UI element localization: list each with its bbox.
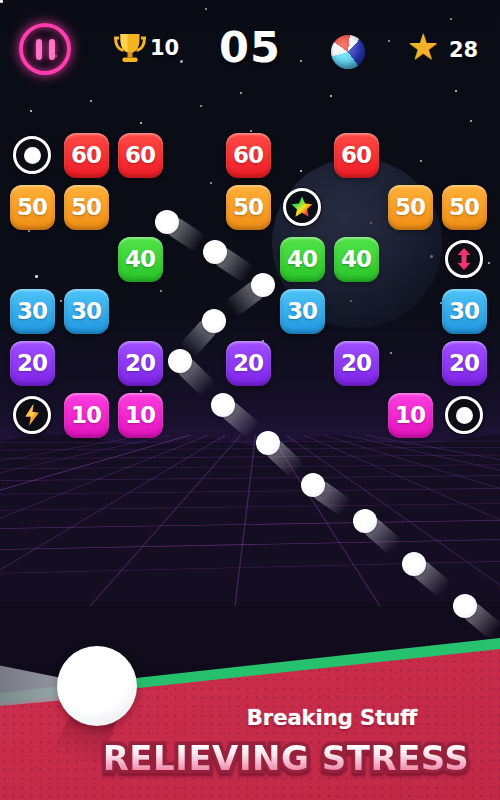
flying-ball bbox=[203, 240, 227, 264]
game-screen: 6060606050505050504040403030303020202020… bbox=[0, 0, 500, 800]
pause-icon bbox=[49, 39, 55, 60]
flying-ball bbox=[402, 552, 426, 576]
flying-ball bbox=[353, 509, 377, 533]
flying-ball bbox=[453, 594, 477, 618]
trophy-count: 10 bbox=[150, 36, 179, 60]
flying-ball bbox=[155, 210, 179, 234]
launcher-ball[interactable] bbox=[57, 646, 137, 726]
score-value: 05 bbox=[198, 22, 302, 72]
star-count: 28 bbox=[449, 38, 478, 62]
star-icon: ★ bbox=[407, 26, 439, 67]
flying-ball bbox=[256, 431, 280, 455]
banner-title: RELIEVING STRESS RELIEVING STRESS bbox=[86, 738, 486, 778]
beachball-icon bbox=[331, 35, 365, 69]
banner-tagline: Breaking Stuff bbox=[187, 706, 477, 730]
trophy-icon bbox=[112, 31, 148, 65]
flying-ball bbox=[211, 393, 235, 417]
flying-ball bbox=[251, 273, 275, 297]
flying-ball bbox=[202, 309, 226, 333]
banner-title-fill: RELIEVING STRESS bbox=[103, 738, 470, 778]
pause-icon bbox=[36, 39, 42, 60]
flying-ball bbox=[301, 473, 325, 497]
flying-ball bbox=[168, 349, 192, 373]
pause-button[interactable] bbox=[19, 23, 71, 75]
